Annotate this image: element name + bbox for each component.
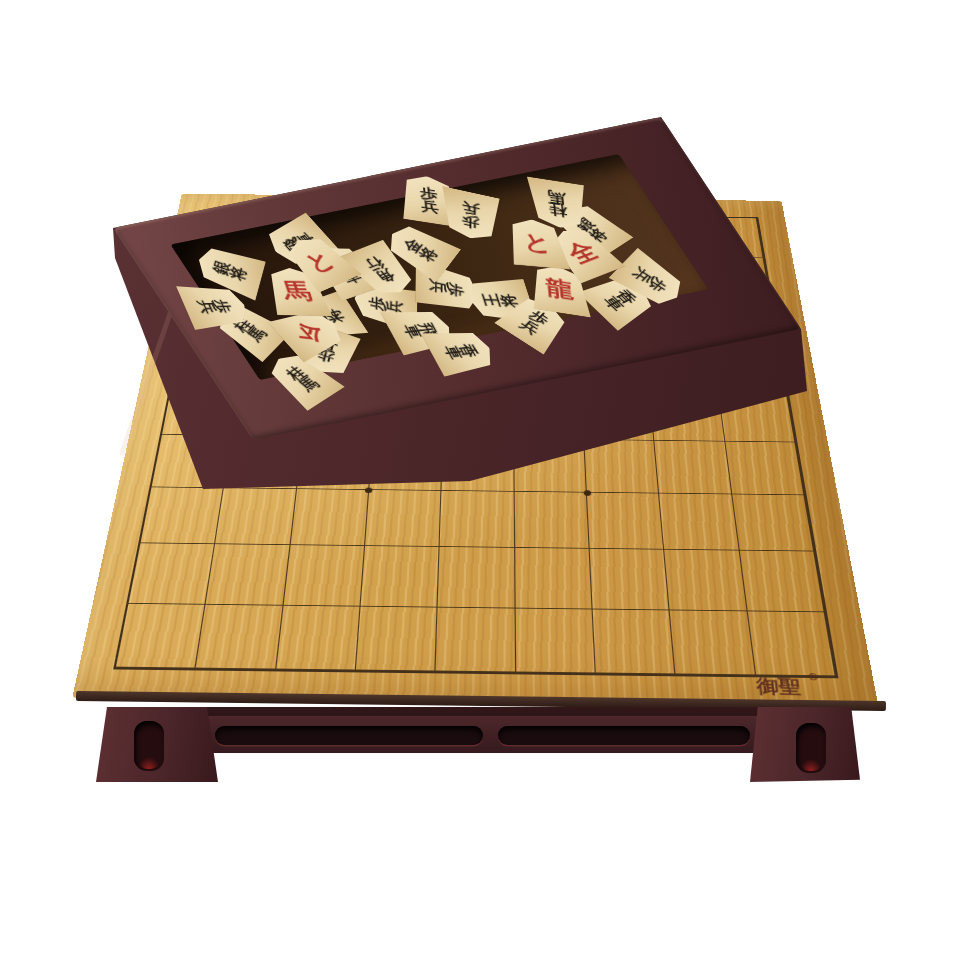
board-cell[interactable] (196, 604, 283, 669)
board-cell[interactable] (593, 609, 676, 674)
board-cell[interactable] (440, 491, 515, 548)
board-cell[interactable] (116, 603, 206, 668)
signature-text: 御聖 (755, 674, 802, 700)
board-cell[interactable] (515, 548, 593, 609)
shogi-piece[interactable]: 歩兵 (441, 186, 500, 245)
board-cell[interactable] (276, 605, 361, 670)
leg-groove-icon (134, 721, 164, 771)
board-cell[interactable] (584, 440, 659, 494)
product-photo-scene: 御聖 ® 飛車銀将金将桂馬桂馬歩兵歩兵歩兵香車角行歩兵飛車香車金将歩兵歩兵王将歩… (0, 0, 960, 960)
board-cell[interactable] (436, 607, 516, 672)
board-cell[interactable] (290, 489, 369, 546)
registered-mark: ® (807, 672, 820, 683)
base-leg-left (96, 707, 218, 782)
board-cell[interactable] (206, 544, 290, 605)
apron-slot-right (498, 726, 750, 745)
apron-slot-left (215, 726, 483, 745)
board-cell[interactable] (365, 490, 442, 547)
shogi-piece[interactable]: 香車 (420, 326, 501, 377)
base-leg-right (750, 707, 860, 782)
board-cell[interactable] (361, 546, 440, 607)
board-cell[interactable] (590, 549, 670, 610)
board-cell[interactable] (129, 544, 216, 605)
board-cell[interactable] (283, 545, 365, 606)
board-cell[interactable] (514, 492, 589, 549)
board-cell[interactable] (747, 611, 835, 676)
board-cell[interactable] (438, 547, 515, 608)
board-cell[interactable] (670, 610, 756, 675)
board-cell[interactable] (659, 494, 739, 551)
board-cell[interactable] (665, 550, 748, 611)
board-cell[interactable] (587, 493, 665, 550)
board-cell[interactable] (732, 494, 814, 551)
board-cell[interactable] (140, 487, 224, 544)
board-cell[interactable] (725, 441, 805, 495)
board-cell[interactable] (655, 440, 732, 494)
leg-groove-icon (796, 723, 826, 773)
board-cell[interactable] (215, 488, 296, 545)
board-cell[interactable] (356, 606, 438, 671)
board-cell[interactable] (515, 608, 596, 673)
board-cell[interactable] (739, 551, 824, 612)
maker-signature: 御聖 ® (755, 674, 822, 701)
